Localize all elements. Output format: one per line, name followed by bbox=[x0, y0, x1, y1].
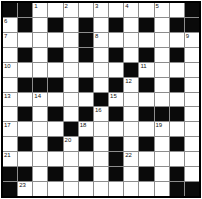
black-cell bbox=[18, 18, 32, 32]
black-cell bbox=[79, 167, 93, 181]
white-cell[interactable] bbox=[64, 48, 78, 62]
clue-number: 22 bbox=[125, 152, 132, 159]
black-cell bbox=[139, 78, 153, 92]
white-cell[interactable]: 20 bbox=[64, 137, 78, 151]
white-cell[interactable] bbox=[109, 63, 123, 77]
black-cell bbox=[3, 167, 17, 181]
white-cell[interactable]: 6 bbox=[3, 18, 17, 32]
white-cell[interactable]: 5 bbox=[155, 3, 169, 17]
white-cell[interactable] bbox=[155, 18, 169, 32]
black-cell bbox=[18, 78, 32, 92]
white-cell[interactable] bbox=[109, 122, 123, 136]
black-cell bbox=[18, 107, 32, 121]
clue-number: 14 bbox=[34, 93, 41, 100]
white-cell[interactable] bbox=[185, 63, 199, 77]
white-cell[interactable] bbox=[79, 182, 93, 196]
white-cell[interactable] bbox=[48, 63, 62, 77]
white-cell[interactable] bbox=[185, 122, 199, 136]
white-cell[interactable]: 10 bbox=[3, 63, 17, 77]
white-cell[interactable] bbox=[79, 152, 93, 166]
white-cell[interactable] bbox=[155, 63, 169, 77]
white-cell[interactable] bbox=[33, 63, 47, 77]
white-cell[interactable] bbox=[155, 48, 169, 62]
clue-number: 12 bbox=[125, 78, 132, 85]
white-cell[interactable] bbox=[33, 18, 47, 32]
black-cell bbox=[170, 167, 184, 181]
white-cell[interactable] bbox=[48, 182, 62, 196]
white-cell[interactable] bbox=[33, 182, 47, 196]
clue-number: 6 bbox=[4, 18, 7, 25]
black-cell bbox=[79, 48, 93, 62]
white-cell[interactable] bbox=[124, 33, 138, 47]
black-cell bbox=[170, 78, 184, 92]
white-cell[interactable] bbox=[170, 152, 184, 166]
white-cell[interactable] bbox=[48, 152, 62, 166]
black-cell bbox=[109, 18, 123, 32]
white-cell[interactable] bbox=[3, 137, 17, 151]
white-cell[interactable] bbox=[48, 93, 62, 107]
white-cell[interactable]: 21 bbox=[3, 152, 17, 166]
clue-number: 18 bbox=[80, 122, 87, 129]
white-cell[interactable] bbox=[94, 152, 108, 166]
black-cell bbox=[48, 78, 62, 92]
black-cell bbox=[139, 107, 153, 121]
white-cell[interactable] bbox=[18, 63, 32, 77]
white-cell[interactable] bbox=[48, 122, 62, 136]
white-cell[interactable] bbox=[155, 33, 169, 47]
white-cell[interactable] bbox=[64, 63, 78, 77]
black-cell bbox=[170, 107, 184, 121]
black-cell bbox=[48, 167, 62, 181]
white-cell[interactable] bbox=[139, 182, 153, 196]
white-cell[interactable]: 17 bbox=[3, 122, 17, 136]
white-cell[interactable]: 16 bbox=[94, 107, 108, 121]
white-cell[interactable] bbox=[124, 137, 138, 151]
white-cell[interactable] bbox=[124, 182, 138, 196]
white-cell[interactable] bbox=[139, 152, 153, 166]
black-cell bbox=[170, 18, 184, 32]
clue-number: 19 bbox=[156, 122, 163, 129]
crossword-grid: 1234567891011121314151617181920212223 bbox=[1, 1, 201, 198]
white-cell[interactable] bbox=[124, 48, 138, 62]
black-cell bbox=[48, 107, 62, 121]
clue-number: 1 bbox=[34, 3, 37, 10]
white-cell[interactable] bbox=[94, 182, 108, 196]
black-cell bbox=[139, 167, 153, 181]
white-cell[interactable]: 12 bbox=[124, 78, 138, 92]
white-cell[interactable] bbox=[185, 137, 199, 151]
white-cell[interactable] bbox=[185, 167, 199, 181]
black-cell bbox=[79, 78, 93, 92]
white-cell[interactable] bbox=[94, 48, 108, 62]
white-cell[interactable] bbox=[33, 48, 47, 62]
white-cell[interactable] bbox=[124, 167, 138, 181]
white-cell[interactable] bbox=[48, 33, 62, 47]
black-cell bbox=[33, 78, 47, 92]
white-cell[interactable]: 13 bbox=[3, 93, 17, 107]
white-cell[interactable] bbox=[155, 78, 169, 92]
white-cell[interactable]: 4 bbox=[124, 3, 138, 17]
white-cell[interactable] bbox=[139, 3, 153, 17]
black-cell bbox=[3, 3, 17, 17]
white-cell[interactable] bbox=[3, 107, 17, 121]
white-cell[interactable]: 7 bbox=[3, 33, 17, 47]
white-cell[interactable]: 1 bbox=[33, 3, 47, 17]
white-cell[interactable]: 19 bbox=[155, 122, 169, 136]
white-cell[interactable]: 14 bbox=[33, 93, 47, 107]
white-cell[interactable] bbox=[64, 107, 78, 121]
white-cell[interactable] bbox=[139, 33, 153, 47]
white-cell[interactable] bbox=[170, 122, 184, 136]
white-cell[interactable] bbox=[109, 3, 123, 17]
white-cell[interactable] bbox=[94, 167, 108, 181]
white-cell[interactable]: 11 bbox=[139, 63, 153, 77]
white-cell[interactable] bbox=[155, 182, 169, 196]
black-cell bbox=[48, 137, 62, 151]
white-cell[interactable] bbox=[3, 78, 17, 92]
white-cell[interactable] bbox=[170, 33, 184, 47]
clue-number: 3 bbox=[95, 3, 98, 10]
white-cell[interactable] bbox=[64, 152, 78, 166]
black-cell bbox=[170, 48, 184, 62]
black-cell bbox=[185, 3, 199, 17]
white-cell[interactable]: 2 bbox=[64, 3, 78, 17]
black-cell bbox=[109, 167, 123, 181]
white-cell[interactable] bbox=[155, 152, 169, 166]
white-cell[interactable] bbox=[155, 93, 169, 107]
white-cell[interactable] bbox=[33, 152, 47, 166]
white-cell[interactable] bbox=[94, 137, 108, 151]
white-cell[interactable] bbox=[109, 33, 123, 47]
white-cell[interactable] bbox=[33, 167, 47, 181]
black-cell bbox=[109, 78, 123, 92]
clue-number: 4 bbox=[125, 3, 128, 10]
black-cell bbox=[79, 107, 93, 121]
white-cell[interactable] bbox=[94, 18, 108, 32]
white-cell[interactable] bbox=[155, 167, 169, 181]
white-cell[interactable] bbox=[18, 122, 32, 136]
white-cell[interactable]: 15 bbox=[109, 93, 123, 107]
clue-number: 9 bbox=[186, 33, 189, 40]
white-cell[interactable] bbox=[18, 152, 32, 166]
white-cell[interactable] bbox=[33, 122, 47, 136]
white-cell[interactable] bbox=[94, 78, 108, 92]
white-cell[interactable] bbox=[64, 18, 78, 32]
black-cell bbox=[64, 122, 78, 136]
white-cell[interactable]: 3 bbox=[94, 3, 108, 17]
black-cell bbox=[109, 137, 123, 151]
white-cell[interactable] bbox=[185, 48, 199, 62]
black-cell bbox=[170, 137, 184, 151]
white-cell[interactable] bbox=[79, 3, 93, 17]
white-cell[interactable] bbox=[109, 182, 123, 196]
black-cell bbox=[109, 152, 123, 166]
white-cell[interactable]: 8 bbox=[94, 33, 108, 47]
white-cell[interactable] bbox=[124, 107, 138, 121]
black-cell bbox=[48, 48, 62, 62]
black-cell bbox=[139, 18, 153, 32]
clue-number: 20 bbox=[65, 137, 72, 144]
clue-number: 7 bbox=[4, 33, 7, 40]
white-cell[interactable] bbox=[64, 33, 78, 47]
white-cell[interactable] bbox=[18, 33, 32, 47]
clue-number: 16 bbox=[95, 107, 102, 114]
black-cell bbox=[18, 167, 32, 181]
black-cell bbox=[79, 33, 93, 47]
black-cell bbox=[155, 107, 169, 121]
white-cell[interactable] bbox=[94, 63, 108, 77]
white-cell[interactable]: 22 bbox=[124, 152, 138, 166]
white-cell[interactable] bbox=[79, 63, 93, 77]
clue-number: 5 bbox=[156, 3, 159, 10]
white-cell[interactable] bbox=[124, 93, 138, 107]
black-cell bbox=[124, 63, 138, 77]
black-cell bbox=[139, 137, 153, 151]
white-cell[interactable] bbox=[18, 93, 32, 107]
white-cell[interactable] bbox=[79, 93, 93, 107]
black-cell bbox=[109, 107, 123, 121]
black-cell bbox=[139, 48, 153, 62]
white-cell[interactable] bbox=[170, 3, 184, 17]
white-cell[interactable] bbox=[185, 107, 199, 121]
white-cell[interactable] bbox=[185, 93, 199, 107]
clue-number: 23 bbox=[19, 182, 26, 189]
black-cell bbox=[79, 18, 93, 32]
clue-number: 11 bbox=[140, 63, 146, 70]
white-cell[interactable]: 18 bbox=[79, 122, 93, 136]
black-cell bbox=[3, 182, 17, 196]
white-cell[interactable] bbox=[64, 182, 78, 196]
black-cell bbox=[109, 48, 123, 62]
white-cell[interactable] bbox=[170, 93, 184, 107]
white-cell[interactable] bbox=[139, 93, 153, 107]
white-cell[interactable]: 23 bbox=[18, 182, 32, 196]
white-cell[interactable] bbox=[124, 122, 138, 136]
clue-number: 21 bbox=[4, 152, 11, 159]
black-cell bbox=[185, 18, 199, 32]
white-cell[interactable] bbox=[94, 122, 108, 136]
white-cell[interactable] bbox=[64, 93, 78, 107]
black-cell bbox=[48, 18, 62, 32]
white-cell[interactable] bbox=[33, 33, 47, 47]
black-cell bbox=[18, 137, 32, 151]
black-cell bbox=[170, 182, 184, 196]
white-cell[interactable] bbox=[124, 18, 138, 32]
black-cell bbox=[94, 93, 108, 107]
black-cell bbox=[185, 182, 199, 196]
white-cell[interactable] bbox=[170, 63, 184, 77]
white-cell[interactable] bbox=[48, 3, 62, 17]
clue-number: 17 bbox=[4, 122, 11, 129]
black-cell bbox=[18, 48, 32, 62]
white-cell[interactable] bbox=[33, 107, 47, 121]
black-cell bbox=[79, 137, 93, 151]
white-cell[interactable]: 9 bbox=[185, 33, 199, 47]
white-cell[interactable] bbox=[64, 78, 78, 92]
white-cell[interactable] bbox=[139, 122, 153, 136]
clue-number: 2 bbox=[65, 3, 68, 10]
white-cell[interactable] bbox=[155, 137, 169, 151]
clue-number: 8 bbox=[95, 33, 98, 40]
white-cell[interactable] bbox=[64, 167, 78, 181]
clue-number: 13 bbox=[4, 93, 11, 100]
clue-number: 10 bbox=[4, 63, 11, 70]
black-cell bbox=[18, 3, 32, 17]
white-cell[interactable] bbox=[185, 152, 199, 166]
white-cell[interactable] bbox=[3, 48, 17, 62]
clue-number: 15 bbox=[110, 93, 117, 100]
white-cell[interactable] bbox=[33, 137, 47, 151]
white-cell[interactable] bbox=[185, 78, 199, 92]
